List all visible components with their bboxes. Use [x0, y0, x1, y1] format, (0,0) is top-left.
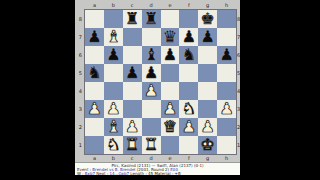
square-g5: [198, 64, 217, 82]
file-label-e: e: [161, 1, 180, 10]
square-f6: ♞: [179, 46, 198, 64]
square-h8: [217, 10, 236, 28]
square-f7: ♟: [179, 28, 198, 46]
square-a4: [85, 82, 104, 100]
rank-label-5: 5: [236, 64, 240, 82]
black-rook-d8: ♜: [144, 10, 158, 28]
file-label-h: h: [217, 1, 236, 10]
file-label-b: b: [104, 1, 123, 10]
square-a8: [85, 10, 104, 28]
white-pawn-a3: ♟: [87, 100, 101, 118]
square-e8: [161, 10, 180, 28]
black-pawn-g7: ♟: [201, 28, 215, 46]
rank-label-2: 2: [75, 118, 84, 136]
square-g8: ♚: [198, 10, 217, 28]
square-e5: [161, 64, 180, 82]
chess-diagram: abcdefgh 87654321 87654321 ♜♜♚♟♝♛♟♟♟♝♟♞♟…: [75, 0, 240, 174]
black-pawn-b6: ♟: [106, 46, 120, 64]
white-queen-e2: ♛: [163, 118, 177, 136]
rank-label-8: 8: [75, 10, 84, 28]
rank-labels-right: 87654321: [236, 10, 240, 154]
square-b3: ♟: [104, 100, 123, 118]
black-pawn-d5: ♟: [144, 64, 158, 82]
white-rook-c1: ♜: [125, 136, 139, 154]
footer-text-segment: W :: [77, 172, 85, 176]
square-g1: ♚: [198, 136, 217, 154]
status-line: W : Bxb7 Next : 14...Qxb7 Length : 45 Ma…: [75, 172, 240, 176]
square-e2: ♛: [161, 118, 180, 136]
rank-label-4: 4: [236, 82, 240, 100]
square-f3: ♞: [179, 100, 198, 118]
square-b7: ♝: [104, 28, 123, 46]
square-a1: [85, 136, 104, 154]
square-c1: ♜: [123, 136, 142, 154]
square-d1: ♜: [142, 136, 161, 154]
rank-label-5: 5: [75, 64, 84, 82]
square-b8: [104, 10, 123, 28]
white-bishop-b7: ♝: [106, 28, 120, 46]
rank-label-6: 6: [75, 46, 84, 64]
square-a5: ♞: [85, 64, 104, 82]
square-f5: [179, 64, 198, 82]
square-g4: [198, 82, 217, 100]
black-pawn-e6: ♟: [163, 46, 177, 64]
square-c6: [123, 46, 142, 64]
footer-text-segment: Bxb7: [85, 172, 95, 176]
rank-label-2: 2: [236, 118, 240, 136]
file-label-g: g: [198, 1, 217, 10]
square-b5: [104, 64, 123, 82]
white-pawn-d4: ♟: [144, 82, 158, 100]
rank-label-7: 7: [75, 28, 84, 46]
black-bishop-d6: ♝: [144, 46, 158, 64]
square-b2: ♝: [104, 118, 123, 136]
square-c7: [123, 28, 142, 46]
square-c2: ♟: [123, 118, 142, 136]
chess-board: ♜♜♚♟♝♛♟♟♟♝♟♞♟♞♟♟♟♟♟♟♞♟♝♟♛♟♟♞♜♜♚: [85, 10, 236, 154]
footer-text-segment: Length : 45 Material : +B: [129, 172, 181, 176]
square-g2: ♟: [198, 118, 217, 136]
black-pawn-f7: ♟: [182, 28, 196, 46]
square-e6: ♟: [161, 46, 180, 64]
square-e7: ♛: [161, 28, 180, 46]
square-f8: [179, 10, 198, 28]
square-d6: ♝: [142, 46, 161, 64]
square-c8: ♜: [123, 10, 142, 28]
white-pawn-h3: ♟: [219, 100, 233, 118]
square-a6: [85, 46, 104, 64]
rank-label-7: 7: [236, 28, 240, 46]
rank-label-1: 1: [236, 136, 240, 154]
square-a2: [85, 118, 104, 136]
square-d3: [142, 100, 161, 118]
square-h1: [217, 136, 236, 154]
square-d8: ♜: [142, 10, 161, 28]
square-h6: ♟: [217, 46, 236, 64]
square-b6: ♟: [104, 46, 123, 64]
square-h5: [217, 64, 236, 82]
square-b4: [104, 82, 123, 100]
square-g3: [198, 100, 217, 118]
square-h7: [217, 28, 236, 46]
square-d2: [142, 118, 161, 136]
video-frame: abcdefgh 87654321 87654321 ♜♜♚♟♝♛♟♟♟♝♟♞♟…: [0, 0, 320, 180]
file-label-c: c: [123, 1, 142, 10]
rank-label-3: 3: [75, 100, 84, 118]
white-rook-d1: ♜: [144, 136, 158, 154]
white-pawn-e3: ♟: [163, 100, 177, 118]
white-pawn-f2: ♟: [182, 118, 196, 136]
game-info-panel: Pirc, Kasimd (2131) — Swift, Alan (2137)…: [75, 162, 240, 175]
black-knight-f6: ♞: [182, 46, 196, 64]
square-d7: [142, 28, 161, 46]
square-c4: [123, 82, 142, 100]
footer-text-segment: 14...Qxb7: [110, 172, 130, 176]
square-f2: ♟: [179, 118, 198, 136]
rank-label-6: 6: [236, 46, 240, 64]
square-h4: [217, 82, 236, 100]
rank-labels-left: 87654321: [75, 10, 84, 154]
square-g7: ♟: [198, 28, 217, 46]
square-f4: [179, 82, 198, 100]
black-pawn-c5: ♟: [125, 64, 139, 82]
black-pawn-h6: ♟: [219, 46, 233, 64]
white-pawn-c2: ♟: [125, 118, 139, 136]
file-labels-top: abcdefgh: [85, 1, 236, 10]
square-h2: [217, 118, 236, 136]
white-king-g1: ♚: [201, 136, 215, 154]
file-label-d: d: [142, 1, 161, 10]
white-bishop-b2: ♝: [106, 118, 120, 136]
rank-label-1: 1: [75, 136, 84, 154]
square-h3: ♟: [217, 100, 236, 118]
square-e1: [161, 136, 180, 154]
rank-label-3: 3: [236, 100, 240, 118]
square-c5: ♟: [123, 64, 142, 82]
white-pawn-g2: ♟: [201, 118, 215, 136]
square-a3: ♟: [85, 100, 104, 118]
black-knight-a5: ♞: [87, 64, 101, 82]
rank-label-4: 4: [75, 82, 84, 100]
white-knight-f3: ♞: [182, 100, 196, 118]
square-b1: ♞: [104, 136, 123, 154]
square-a7: ♟: [85, 28, 104, 46]
square-e3: ♟: [161, 100, 180, 118]
black-pawn-a7: ♟: [87, 28, 101, 46]
square-d4: ♟: [142, 82, 161, 100]
footer-text-segment: Next :: [95, 172, 109, 176]
square-d5: ♟: [142, 64, 161, 82]
square-e4: [161, 82, 180, 100]
black-queen-e7: ♛: [163, 28, 177, 46]
white-pawn-b3: ♟: [106, 100, 120, 118]
rank-label-8: 8: [236, 10, 240, 28]
white-knight-b1: ♞: [106, 136, 120, 154]
black-king-g8: ♚: [201, 10, 215, 28]
file-label-f: f: [179, 1, 198, 10]
square-g6: [198, 46, 217, 64]
square-c3: [123, 100, 142, 118]
black-rook-c8: ♜: [125, 10, 139, 28]
square-f1: [179, 136, 198, 154]
file-label-a: a: [85, 1, 104, 10]
